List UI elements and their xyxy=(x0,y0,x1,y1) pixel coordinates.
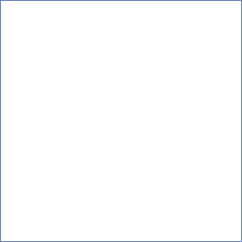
chess-board xyxy=(0,0,242,242)
